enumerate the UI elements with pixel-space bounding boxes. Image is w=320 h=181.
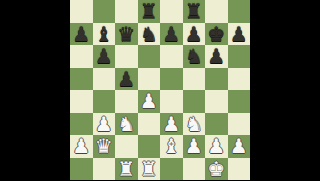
piece-white-pawn-h2[interactable]: ♟ (230, 135, 248, 157)
square-c5[interactable]: ♟ (115, 68, 138, 91)
square-b8[interactable] (93, 0, 116, 23)
square-c1[interactable]: ♜ (115, 158, 138, 181)
piece-white-queen-b2[interactable]: ♛ (95, 135, 113, 157)
letterbox-left (0, 0, 70, 180)
chess-app-viewport: ♜♜♟♝♛♞♟♟♚♟♟♞♟♟♟♟♞♟♞♟♛♝♟♟♟♜♜♚ (0, 0, 320, 180)
square-c7[interactable]: ♛ (115, 23, 138, 46)
square-f4[interactable] (183, 90, 206, 113)
square-d4[interactable]: ♟ (138, 90, 161, 113)
square-f7[interactable]: ♟ (183, 23, 206, 46)
letterbox-right (250, 0, 320, 180)
piece-white-pawn-e3[interactable]: ♟ (162, 113, 180, 135)
piece-black-rook-d8[interactable]: ♜ (140, 0, 158, 22)
square-e6[interactable] (160, 45, 183, 68)
piece-black-pawn-e7[interactable]: ♟ (162, 23, 180, 45)
square-h2[interactable]: ♟ (228, 135, 251, 158)
square-h8[interactable] (228, 0, 251, 23)
square-f3[interactable]: ♞ (183, 113, 206, 136)
square-h3[interactable] (228, 113, 251, 136)
square-h7[interactable]: ♟ (228, 23, 251, 46)
square-f2[interactable]: ♟ (183, 135, 206, 158)
square-b1[interactable] (93, 158, 116, 181)
piece-black-rook-f8[interactable]: ♜ (185, 0, 203, 22)
square-e4[interactable] (160, 90, 183, 113)
square-f8[interactable]: ♜ (183, 0, 206, 23)
square-g1[interactable]: ♚ (205, 158, 228, 181)
square-d5[interactable] (138, 68, 161, 91)
piece-white-king-g1[interactable]: ♚ (207, 158, 225, 180)
square-e2[interactable]: ♝ (160, 135, 183, 158)
square-h1[interactable] (228, 158, 251, 181)
piece-white-knight-f3[interactable]: ♞ (185, 113, 203, 135)
square-c3[interactable]: ♞ (115, 113, 138, 136)
piece-black-pawn-c5[interactable]: ♟ (117, 68, 135, 90)
piece-white-knight-c3[interactable]: ♞ (117, 113, 135, 135)
piece-black-pawn-f7[interactable]: ♟ (185, 23, 203, 45)
square-f6[interactable]: ♞ (183, 45, 206, 68)
square-h5[interactable] (228, 68, 251, 91)
piece-white-pawn-g2[interactable]: ♟ (207, 135, 225, 157)
piece-black-pawn-b6[interactable]: ♟ (95, 45, 113, 67)
square-e5[interactable] (160, 68, 183, 91)
piece-black-knight-d7[interactable]: ♞ (140, 23, 158, 45)
piece-white-rook-c1[interactable]: ♜ (117, 158, 135, 180)
square-g6[interactable]: ♟ (205, 45, 228, 68)
square-d3[interactable] (138, 113, 161, 136)
piece-white-pawn-f2[interactable]: ♟ (185, 135, 203, 157)
square-g3[interactable] (205, 113, 228, 136)
piece-white-pawn-d4[interactable]: ♟ (140, 90, 158, 112)
square-h4[interactable] (228, 90, 251, 113)
square-b5[interactable] (93, 68, 116, 91)
square-c2[interactable] (115, 135, 138, 158)
square-c4[interactable] (115, 90, 138, 113)
piece-white-rook-d1[interactable]: ♜ (140, 158, 158, 180)
square-a1[interactable] (70, 158, 93, 181)
square-a3[interactable] (70, 113, 93, 136)
square-b3[interactable]: ♟ (93, 113, 116, 136)
square-e8[interactable] (160, 0, 183, 23)
square-c8[interactable] (115, 0, 138, 23)
square-g4[interactable] (205, 90, 228, 113)
square-g5[interactable] (205, 68, 228, 91)
square-a6[interactable] (70, 45, 93, 68)
square-a7[interactable]: ♟ (70, 23, 93, 46)
square-b6[interactable]: ♟ (93, 45, 116, 68)
piece-black-bishop-b7[interactable]: ♝ (95, 23, 113, 45)
square-e7[interactable]: ♟ (160, 23, 183, 46)
piece-white-pawn-b3[interactable]: ♟ (95, 113, 113, 135)
square-e3[interactable]: ♟ (160, 113, 183, 136)
square-g2[interactable]: ♟ (205, 135, 228, 158)
square-a4[interactable] (70, 90, 93, 113)
piece-white-bishop-e2[interactable]: ♝ (162, 135, 180, 157)
piece-black-pawn-h7[interactable]: ♟ (230, 23, 248, 45)
square-a8[interactable] (70, 0, 93, 23)
square-d8[interactable]: ♜ (138, 0, 161, 23)
piece-black-queen-c7[interactable]: ♛ (117, 23, 135, 45)
square-e1[interactable] (160, 158, 183, 181)
square-b2[interactable]: ♛ (93, 135, 116, 158)
square-f1[interactable] (183, 158, 206, 181)
square-d1[interactable]: ♜ (138, 158, 161, 181)
square-d6[interactable] (138, 45, 161, 68)
square-a2[interactable]: ♟ (70, 135, 93, 158)
chess-board: ♜♜♟♝♛♞♟♟♚♟♟♞♟♟♟♟♞♟♞♟♛♝♟♟♟♜♜♚ (70, 0, 250, 180)
piece-black-pawn-a7[interactable]: ♟ (72, 23, 90, 45)
square-g8[interactable] (205, 0, 228, 23)
square-d7[interactable]: ♞ (138, 23, 161, 46)
piece-black-king-g7[interactable]: ♚ (207, 23, 225, 45)
square-f5[interactable] (183, 68, 206, 91)
square-d2[interactable] (138, 135, 161, 158)
piece-black-pawn-g6[interactable]: ♟ (207, 45, 225, 67)
piece-white-pawn-a2[interactable]: ♟ (72, 135, 90, 157)
square-c6[interactable] (115, 45, 138, 68)
square-g7[interactable]: ♚ (205, 23, 228, 46)
square-a5[interactable] (70, 68, 93, 91)
square-b7[interactable]: ♝ (93, 23, 116, 46)
piece-black-knight-f6[interactable]: ♞ (185, 45, 203, 67)
square-b4[interactable] (93, 90, 116, 113)
square-h6[interactable] (228, 45, 251, 68)
